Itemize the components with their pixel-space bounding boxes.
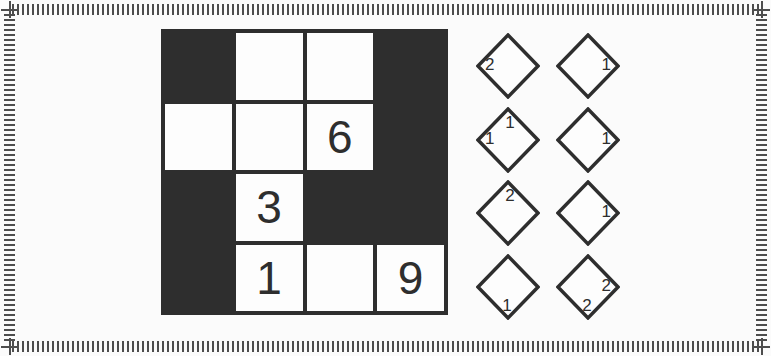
diamond-tile-8[interactable]: 22 <box>556 254 620 320</box>
grid-cell-r2c2[interactable] <box>234 102 305 173</box>
border-ticks-left <box>4 14 15 342</box>
grid-cell-r1c4 <box>375 31 446 102</box>
diamond-tile-1[interactable]: 2 <box>476 33 540 99</box>
grid-cell-r2c1[interactable] <box>163 102 234 173</box>
diamond-2-corner-number-right: 1 <box>602 56 611 73</box>
diamond-5-corner-number-top: 2 <box>505 187 514 204</box>
border-ticks-bottom <box>12 341 759 352</box>
diamond-7-corner-number-bottom: 1 <box>502 297 511 314</box>
grid-cell-r3c2[interactable]: 3 <box>234 172 305 243</box>
border-ticks-top <box>12 4 759 15</box>
grid-cell-r3c1 <box>163 172 234 243</box>
grid-cell-r4c3[interactable] <box>305 243 376 314</box>
grid-cell-r1c1 <box>163 31 234 102</box>
diamond-tile-5[interactable]: 2 <box>476 180 540 246</box>
diamond-tile-4[interactable]: 1 <box>556 107 620 173</box>
grid-cell-r1c2[interactable] <box>234 31 305 102</box>
diamond-3-corner-number-top: 1 <box>505 114 514 131</box>
grid-cell-r4c1 <box>163 243 234 314</box>
grid-cell-r4c4[interactable]: 9 <box>375 243 446 314</box>
border-ticks-right <box>756 14 767 342</box>
diamond-8-corner-number-bottom: 2 <box>582 297 591 314</box>
grid-cell-r4c2[interactable]: 1 <box>234 243 305 314</box>
diamond-8-corner-number-right: 2 <box>602 277 611 294</box>
grid-cell-r2c4 <box>375 102 446 173</box>
grid-cell-r1c3[interactable] <box>305 31 376 102</box>
diamond-4-corner-number-right: 1 <box>602 130 611 147</box>
puzzle-grid: 6319 <box>161 29 448 315</box>
diamond-tile-7[interactable]: 1 <box>476 254 540 320</box>
grid-cell-r3c4 <box>375 172 446 243</box>
diamond-tile-6[interactable]: 1 <box>556 180 620 246</box>
border-corner-mark <box>1 338 18 355</box>
border-corner-mark <box>1 1 18 18</box>
diamond-tile-2[interactable]: 1 <box>556 33 620 99</box>
puzzle-page: 6319 2111121122 <box>0 0 771 356</box>
diamond-6-corner-number-right: 1 <box>602 203 611 220</box>
grid-cell-r2c3[interactable]: 6 <box>305 102 376 173</box>
diamond-tile-3[interactable]: 11 <box>476 107 540 173</box>
border-corner-mark <box>753 1 770 18</box>
border-corner-mark <box>753 338 770 355</box>
diamond-3-corner-number-left: 1 <box>485 130 494 147</box>
diamond-1-corner-number-left: 2 <box>485 56 494 73</box>
grid-cell-r3c3 <box>305 172 376 243</box>
